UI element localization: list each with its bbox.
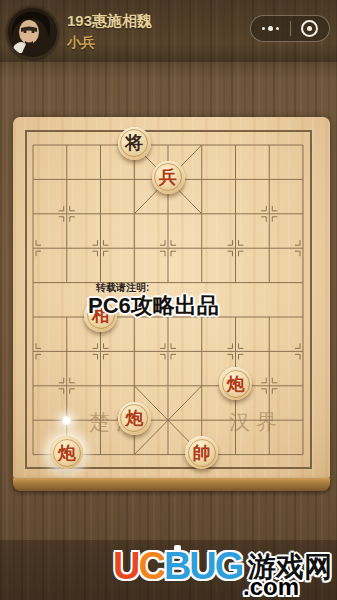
piece-character: 将 xyxy=(125,134,143,152)
avatar[interactable] xyxy=(6,6,59,59)
piece-character: 兵 xyxy=(159,168,177,186)
piece-character: 炮 xyxy=(58,444,76,462)
piece-red-cannon[interactable]: 炮 xyxy=(118,402,151,435)
avatar-face-icon xyxy=(8,8,53,53)
board-bevel xyxy=(13,478,330,491)
more-button[interactable] xyxy=(251,16,290,41)
piece-character: 相 xyxy=(92,306,110,324)
piece-character: 帥 xyxy=(193,444,211,462)
piece-red-soldier[interactable]: 兵 xyxy=(152,161,185,194)
level-rank: 小兵 xyxy=(67,34,95,52)
wechat-capsule xyxy=(250,15,330,42)
piece-character: 炮 xyxy=(227,375,245,393)
level-title: 193惠施相魏 xyxy=(67,12,152,31)
top-bar: 193惠施相魏 小兵 xyxy=(0,0,337,62)
xiangqi-board[interactable]: 楚河 汉界 将兵相炮炮炮帥 xyxy=(13,117,330,478)
piece-red-elephant[interactable]: 相 xyxy=(84,299,117,332)
close-button[interactable] xyxy=(291,16,330,41)
bottom-bar: 14 xyxy=(0,540,337,600)
piece-character: 炮 xyxy=(125,409,143,427)
move-target-dot[interactable] xyxy=(61,415,72,426)
target-circle-icon xyxy=(301,20,318,37)
more-dots-icon xyxy=(262,26,279,31)
app-screen: 193惠施相魏 小兵 楚河 汉界 将兵相炮炮炮帥 转载请注明: PC6攻略出品 xyxy=(0,0,337,600)
piece-black-general[interactable]: 将 xyxy=(118,127,151,160)
river-label-right: 汉界 xyxy=(229,408,283,436)
